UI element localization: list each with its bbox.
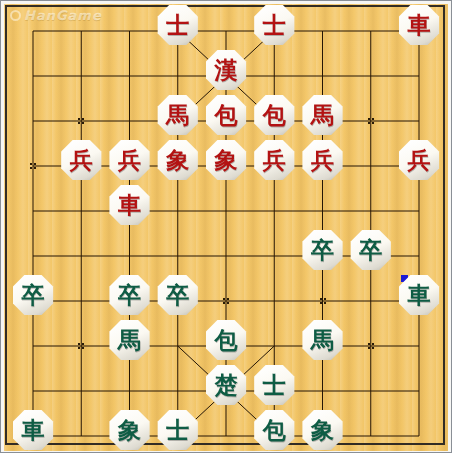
piece-green-sang[interactable]: 象	[302, 410, 343, 451]
piece-red-cha[interactable]: 車	[399, 5, 440, 46]
piece-red-byeong[interactable]: 兵	[254, 140, 295, 181]
piece-green-sang[interactable]: 象	[109, 410, 150, 451]
piece-red-byeong[interactable]: 兵	[399, 140, 440, 181]
piece-red-cha[interactable]: 車	[109, 185, 150, 226]
piece-red-sa[interactable]: 士	[254, 5, 295, 46]
piece-green-jol[interactable]: 卒	[109, 275, 150, 316]
piece-green-po[interactable]: 包	[206, 320, 247, 361]
piece-red-byeong[interactable]: 兵	[302, 140, 343, 181]
piece-green-po[interactable]: 包	[254, 410, 295, 451]
piece-red-ma[interactable]: 馬	[302, 95, 343, 136]
piece-red-ma[interactable]: 馬	[157, 95, 198, 136]
janggi-game-window: HanGame 士士車漢馬包包馬兵兵象象兵兵兵車卒卒卒卒卒車馬包馬楚士車象士包象	[0, 0, 452, 453]
piece-green-cha[interactable]: 車	[399, 275, 440, 316]
piece-red-byeong[interactable]: 兵	[109, 140, 150, 181]
piece-green-sa[interactable]: 士	[157, 410, 198, 451]
piece-green-jol[interactable]: 卒	[157, 275, 198, 316]
piece-red-po[interactable]: 包	[254, 95, 295, 136]
piece-green-jol[interactable]: 卒	[350, 230, 391, 271]
piece-red-han-general[interactable]: 漢	[206, 50, 247, 91]
piece-green-jol[interactable]: 卒	[13, 275, 54, 316]
piece-green-ma[interactable]: 馬	[302, 320, 343, 361]
piece-red-sa[interactable]: 士	[157, 5, 198, 46]
piece-red-sang[interactable]: 象	[206, 140, 247, 181]
piece-green-jol[interactable]: 卒	[302, 230, 343, 271]
piece-red-byeong[interactable]: 兵	[61, 140, 102, 181]
piece-red-sang[interactable]: 象	[157, 140, 198, 181]
piece-green-sa[interactable]: 士	[254, 365, 295, 406]
piece-green-cha[interactable]: 車	[13, 410, 54, 451]
board: 士士車漢馬包包馬兵兵象象兵兵兵車卒卒卒卒卒車馬包馬楚士車象士包象	[9, 9, 443, 453]
piece-green-cho-general[interactable]: 楚	[206, 365, 247, 406]
piece-red-po[interactable]: 包	[206, 95, 247, 136]
piece-green-ma[interactable]: 馬	[109, 320, 150, 361]
